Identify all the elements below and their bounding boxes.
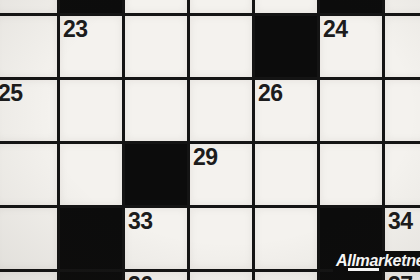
cell-r0c2[interactable] — [125, 0, 187, 13]
clue-number: 37 — [385, 272, 420, 280]
cell-r0c3[interactable] — [190, 0, 252, 13]
cell-r2c3[interactable] — [190, 80, 252, 141]
cell-r3c0[interactable] — [0, 144, 57, 205]
cell-r2c1[interactable] — [60, 80, 122, 141]
cell-r3c1[interactable] — [60, 144, 122, 205]
cell-r0c0[interactable] — [0, 0, 57, 13]
cell-r3c5[interactable] — [320, 144, 382, 205]
cell-r4c0[interactable] — [0, 208, 57, 269]
cell-r5c3[interactable] — [190, 272, 252, 280]
clue-number: 29 — [190, 144, 252, 169]
cell-r0c6[interactable] — [385, 0, 420, 13]
cell-r5c2[interactable]: 36 — [125, 272, 187, 280]
clue-number: 25 — [0, 80, 57, 105]
clue-number: 23 — [60, 16, 122, 41]
black-cell-r0c1 — [60, 0, 122, 13]
black-cell-r3c2 — [125, 144, 187, 205]
cell-r0c4[interactable] — [255, 0, 317, 13]
clue-number: 33 — [125, 208, 187, 233]
cell-r2c6[interactable] — [385, 80, 420, 141]
clue-number: 26 — [255, 80, 317, 105]
cell-r2c0[interactable]: 25 — [0, 80, 57, 141]
cell-r4c3[interactable] — [190, 208, 252, 269]
black-cell-r5c1 — [60, 272, 122, 280]
watermark-underline — [348, 268, 379, 271]
cell-r3c4[interactable] — [255, 144, 317, 205]
black-cell-r5c5 — [320, 272, 382, 280]
clue-number: 24 — [320, 16, 382, 41]
cell-r2c4[interactable]: 26 — [255, 80, 317, 141]
cell-r5c4[interactable] — [255, 272, 317, 280]
black-cell-r4c1 — [60, 208, 122, 269]
cell-r1c5[interactable]: 24 — [320, 16, 382, 77]
clue-number: 34 — [385, 208, 420, 233]
clue-number: 36 — [125, 272, 187, 280]
black-cell-r1c4 — [255, 16, 317, 77]
cell-r1c3[interactable] — [190, 16, 252, 77]
crossword-photo: 232425262933343637 Allmarketnew — [0, 0, 420, 280]
cell-r4c4[interactable] — [255, 208, 317, 269]
cell-r3c6[interactable] — [385, 144, 420, 205]
cell-r2c5[interactable] — [320, 80, 382, 141]
cell-r1c2[interactable] — [125, 16, 187, 77]
cell-r4c2[interactable]: 33 — [125, 208, 187, 269]
cell-r2c2[interactable] — [125, 80, 187, 141]
cell-r5c0[interactable] — [0, 272, 57, 280]
cell-r5c6[interactable]: 37 — [385, 272, 420, 280]
cell-r1c0[interactable] — [0, 16, 57, 77]
black-cell-r0c5 — [320, 0, 382, 13]
cell-r3c3[interactable]: 29 — [190, 144, 252, 205]
cell-r1c6[interactable] — [385, 16, 420, 77]
cell-r1c1[interactable]: 23 — [60, 16, 122, 77]
crossword-board: 232425262933343637 — [0, 0, 420, 280]
